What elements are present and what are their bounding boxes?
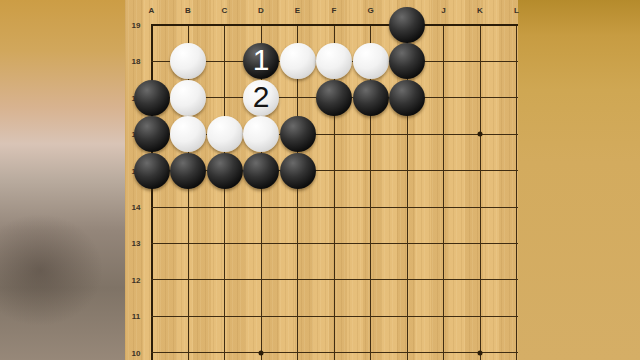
white-stone-D16 [243, 116, 279, 152]
black-stone-E16 [280, 116, 316, 152]
board-cell-H19 [389, 7, 426, 43]
board-cell-G17 [352, 80, 389, 116]
board-cell-D16 [243, 116, 280, 152]
board-cell-B15 [170, 152, 207, 188]
board-cell-D18: 1 [243, 43, 280, 79]
white-stone-D17: 2 [243, 80, 279, 116]
board-cell-D15 [243, 152, 280, 188]
move-number-2: 2 [253, 82, 270, 112]
board-cell-C15 [206, 152, 243, 188]
black-stone-E15 [280, 153, 316, 189]
board-cell-A15 [133, 152, 170, 188]
board-cell-B16 [170, 116, 207, 152]
white-stone-E18 [280, 43, 316, 79]
board-cell-A17 [133, 80, 170, 116]
black-stone-B15 [170, 153, 206, 189]
white-stone-G18 [353, 43, 389, 79]
board-cell-A16 [133, 116, 170, 152]
stones-layer: 12 [133, 7, 535, 360]
black-stone-H18 [389, 43, 425, 79]
black-stone-C15 [207, 153, 243, 189]
white-stone-C16 [207, 116, 243, 152]
board-cell-B17 [170, 80, 207, 116]
blurred-left-bar [0, 0, 125, 360]
board-cell-F18 [316, 43, 353, 79]
black-stone-A17 [134, 80, 170, 116]
white-stone-F18 [316, 43, 352, 79]
black-stone-A15 [134, 153, 170, 189]
black-stone-F17 [316, 80, 352, 116]
black-stone-D15 [243, 153, 279, 189]
white-stone-B18 [170, 43, 206, 79]
go-board: ABCDEFGHJKL19181716151413121110 12 [125, 0, 518, 360]
black-stone-A16 [134, 116, 170, 152]
board-cell-C16 [206, 116, 243, 152]
board-cell-H18 [389, 43, 426, 79]
board-cell-B18 [170, 43, 207, 79]
white-stone-B16 [170, 116, 206, 152]
blurred-right-bar [518, 0, 640, 360]
board-cell-E15 [279, 152, 316, 188]
video-frame: ABCDEFGHJKL19181716151413121110 12 [0, 0, 640, 360]
move-number-1: 1 [253, 45, 270, 75]
board-cell-E16 [279, 116, 316, 152]
black-stone-D18: 1 [243, 43, 279, 79]
white-stone-B17 [170, 80, 206, 116]
black-stone-H19 [389, 7, 425, 43]
board-cell-F17 [316, 80, 353, 116]
board-cell-E18 [279, 43, 316, 79]
board-cell-H17 [389, 80, 426, 116]
black-stone-H17 [389, 80, 425, 116]
black-stone-G17 [353, 80, 389, 116]
board-cell-D17: 2 [243, 80, 280, 116]
board-cell-G18 [352, 43, 389, 79]
